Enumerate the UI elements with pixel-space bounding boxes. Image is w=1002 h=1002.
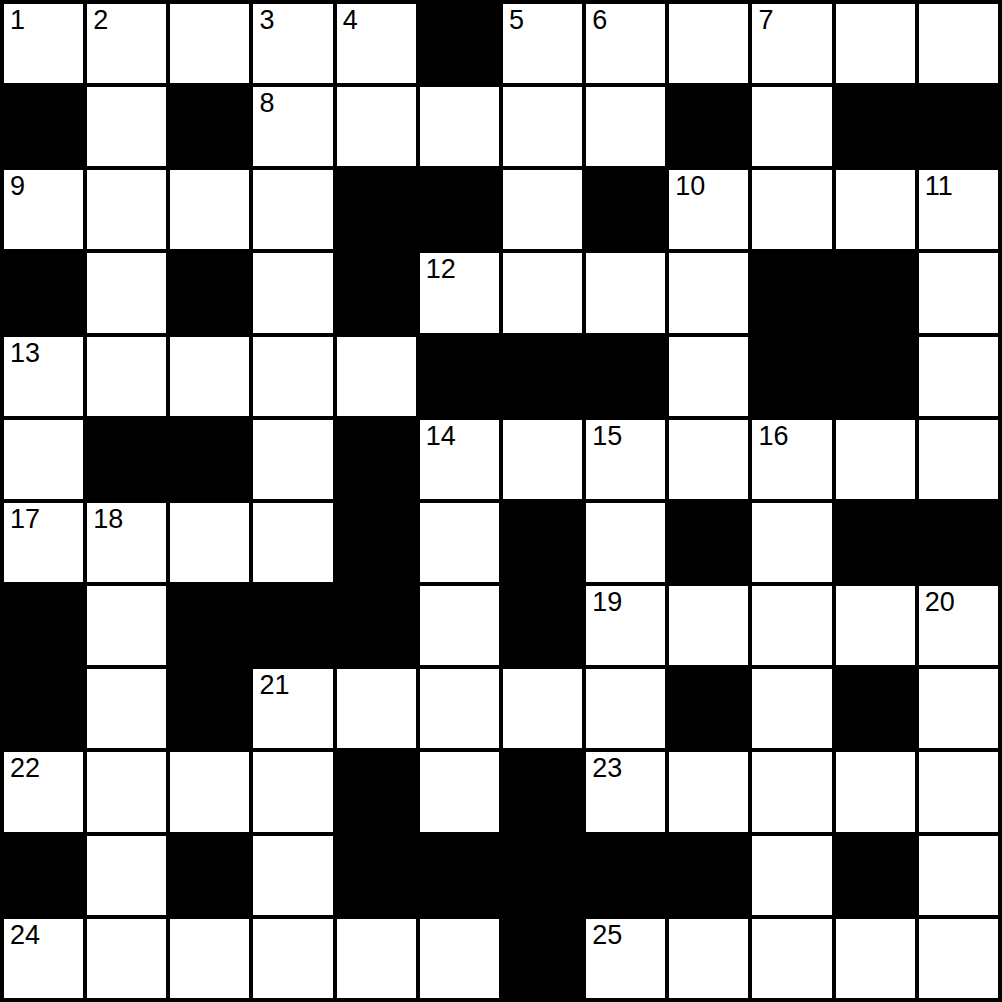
cell-r12c12[interactable]: [919, 919, 998, 998]
cell-r3c6: [420, 170, 499, 249]
cell-r7c10[interactable]: [752, 503, 831, 582]
clue-number-25: 25: [592, 921, 622, 951]
cell-r9c3: [170, 669, 249, 748]
cell-r12c1[interactable]: 24: [4, 919, 83, 998]
cell-r5c12[interactable]: [919, 337, 998, 416]
cell-r9c5[interactable]: [337, 669, 416, 748]
cell-r1c6: [420, 4, 499, 83]
cell-r3c5: [337, 170, 416, 249]
cell-r1c7[interactable]: 5: [503, 4, 582, 83]
cell-r10c5: [337, 752, 416, 831]
cell-r3c9[interactable]: 10: [669, 170, 748, 249]
crossword-grid: 1234567891011121314151617181920212223242…: [0, 0, 1002, 1002]
cell-r3c7[interactable]: [503, 170, 582, 249]
cell-r11c2[interactable]: [87, 836, 166, 915]
cell-r2c9: [669, 87, 748, 166]
cell-r6c5: [337, 420, 416, 499]
cell-r2c7[interactable]: [503, 87, 582, 166]
cell-r12c3[interactable]: [170, 919, 249, 998]
cell-r10c6[interactable]: [420, 752, 499, 831]
clue-number-9: 9: [10, 172, 25, 202]
cell-r4c11: [836, 253, 915, 332]
cell-r8c4: [253, 586, 332, 665]
cell-r3c12[interactable]: 11: [919, 170, 998, 249]
cell-r7c5: [337, 503, 416, 582]
cell-r4c8[interactable]: [586, 253, 665, 332]
cell-r9c2[interactable]: [87, 669, 166, 748]
cell-r9c6[interactable]: [420, 669, 499, 748]
cell-r6c6[interactable]: 14: [420, 420, 499, 499]
cell-r8c7: [503, 586, 582, 665]
cell-r10c10[interactable]: [752, 752, 831, 831]
clue-number-12: 12: [426, 255, 456, 285]
cell-r10c3[interactable]: [170, 752, 249, 831]
clue-number-4: 4: [343, 6, 358, 36]
cell-r10c11[interactable]: [836, 752, 915, 831]
cell-r3c3[interactable]: [170, 170, 249, 249]
cell-r9c8[interactable]: [586, 669, 665, 748]
cell-r5c2[interactable]: [87, 337, 166, 416]
cell-r11c4[interactable]: [253, 836, 332, 915]
cell-r11c12[interactable]: [919, 836, 998, 915]
cell-r3c1[interactable]: 9: [4, 170, 83, 249]
clue-number-13: 13: [10, 339, 40, 369]
cell-r6c9[interactable]: [669, 420, 748, 499]
cell-r11c8: [586, 836, 665, 915]
cell-r7c2[interactable]: 18: [87, 503, 166, 582]
cell-r1c2[interactable]: 2: [87, 4, 166, 83]
cell-r1c1[interactable]: 1: [4, 4, 83, 83]
cell-r10c8[interactable]: 23: [586, 752, 665, 831]
clue-number-8: 8: [259, 89, 274, 119]
cell-r5c3[interactable]: [170, 337, 249, 416]
clue-number-19: 19: [592, 588, 622, 618]
clue-number-6: 6: [592, 6, 607, 36]
cell-r7c3[interactable]: [170, 503, 249, 582]
clue-number-17: 17: [10, 505, 40, 535]
clue-number-5: 5: [509, 6, 524, 36]
cell-r6c4[interactable]: [253, 420, 332, 499]
cell-r11c1: [4, 836, 83, 915]
cell-r4c2[interactable]: [87, 253, 166, 332]
cell-r6c3: [170, 420, 249, 499]
cell-r12c2[interactable]: [87, 919, 166, 998]
clue-number-18: 18: [93, 505, 123, 535]
cell-r2c3: [170, 87, 249, 166]
cell-r4c1: [4, 253, 83, 332]
cell-r2c5[interactable]: [337, 87, 416, 166]
clue-number-20: 20: [925, 588, 955, 618]
cell-r10c7: [503, 752, 582, 831]
cell-r7c1[interactable]: 17: [4, 503, 83, 582]
cell-r11c9: [669, 836, 748, 915]
clue-number-21: 21: [259, 671, 289, 701]
cell-r5c6: [420, 337, 499, 416]
clue-number-11: 11: [925, 172, 953, 202]
cell-r2c12: [919, 87, 998, 166]
cell-r1c5[interactable]: 4: [337, 4, 416, 83]
clue-number-22: 22: [10, 754, 40, 784]
cell-r7c12: [919, 503, 998, 582]
cell-r4c7[interactable]: [503, 253, 582, 332]
clue-number-7: 7: [758, 6, 773, 36]
clue-number-24: 24: [10, 921, 40, 951]
cell-r3c11[interactable]: [836, 170, 915, 249]
cell-r8c6[interactable]: [420, 586, 499, 665]
cell-r5c4[interactable]: [253, 337, 332, 416]
cell-r1c4[interactable]: 3: [253, 4, 332, 83]
cell-r8c11[interactable]: [836, 586, 915, 665]
cell-r2c2[interactable]: [87, 87, 166, 166]
cell-r8c1: [4, 586, 83, 665]
cell-r8c3: [170, 586, 249, 665]
cell-r11c10[interactable]: [752, 836, 831, 915]
cell-r7c4[interactable]: [253, 503, 332, 582]
cell-r7c8[interactable]: [586, 503, 665, 582]
cell-r9c12[interactable]: [919, 669, 998, 748]
cell-r1c9[interactable]: [669, 4, 748, 83]
cell-r5c11: [836, 337, 915, 416]
cell-r12c11[interactable]: [836, 919, 915, 998]
cell-r11c11: [836, 836, 915, 915]
cell-r10c1[interactable]: 22: [4, 752, 83, 831]
clue-number-23: 23: [592, 754, 622, 784]
cell-r12c7: [503, 919, 582, 998]
cell-r1c12[interactable]: [919, 4, 998, 83]
clue-number-1: 1: [10, 6, 25, 36]
cell-r5c8: [586, 337, 665, 416]
cell-r4c9[interactable]: [669, 253, 748, 332]
cell-r9c9: [669, 669, 748, 748]
cell-r12c6[interactable]: [420, 919, 499, 998]
clue-number-2: 2: [93, 6, 108, 36]
cell-r5c10: [752, 337, 831, 416]
cell-r12c4[interactable]: [253, 919, 332, 998]
cell-r10c12[interactable]: [919, 752, 998, 831]
cell-r6c2: [87, 420, 166, 499]
cell-r10c2[interactable]: [87, 752, 166, 831]
cell-r4c4[interactable]: [253, 253, 332, 332]
cell-r4c5: [337, 253, 416, 332]
clue-number-15: 15: [592, 422, 622, 452]
clue-number-3: 3: [259, 6, 274, 36]
cell-r8c12[interactable]: 20: [919, 586, 998, 665]
cell-r11c6: [420, 836, 499, 915]
cell-r3c8: [586, 170, 665, 249]
cell-r8c8[interactable]: 19: [586, 586, 665, 665]
cell-r4c6[interactable]: 12: [420, 253, 499, 332]
cell-r6c8[interactable]: 15: [586, 420, 665, 499]
cell-r6c11[interactable]: [836, 420, 915, 499]
clue-number-16: 16: [758, 422, 788, 452]
cell-r8c9[interactable]: [669, 586, 748, 665]
cell-r8c5: [337, 586, 416, 665]
cell-r6c10[interactable]: 16: [752, 420, 831, 499]
cell-r9c11: [836, 669, 915, 748]
cell-r6c12[interactable]: [919, 420, 998, 499]
cell-r4c3: [170, 253, 249, 332]
cell-r5c5[interactable]: [337, 337, 416, 416]
cell-r8c10[interactable]: [752, 586, 831, 665]
cell-r6c7[interactable]: [503, 420, 582, 499]
cell-r4c10: [752, 253, 831, 332]
clue-number-10: 10: [675, 172, 705, 202]
cell-r7c6[interactable]: [420, 503, 499, 582]
cell-r12c8[interactable]: 25: [586, 919, 665, 998]
cell-r7c7: [503, 503, 582, 582]
cell-r2c1: [4, 87, 83, 166]
cell-r12c5[interactable]: [337, 919, 416, 998]
clue-number-14: 14: [426, 422, 456, 452]
cell-r5c7: [503, 337, 582, 416]
cell-r2c6[interactable]: [420, 87, 499, 166]
cell-r6c1[interactable]: [4, 420, 83, 499]
cell-r2c11: [836, 87, 915, 166]
cell-r9c7[interactable]: [503, 669, 582, 748]
cell-r10c4[interactable]: [253, 752, 332, 831]
cell-r9c10[interactable]: [752, 669, 831, 748]
cell-r2c10[interactable]: [752, 87, 831, 166]
cell-r5c9[interactable]: [669, 337, 748, 416]
cell-r3c2[interactable]: [87, 170, 166, 249]
cell-r11c7: [503, 836, 582, 915]
cell-r5c1[interactable]: 13: [4, 337, 83, 416]
cell-r3c10[interactable]: [752, 170, 831, 249]
cell-r11c5: [337, 836, 416, 915]
cell-r4c12[interactable]: [919, 253, 998, 332]
cell-r1c10[interactable]: 7: [752, 4, 831, 83]
cell-r1c11[interactable]: [836, 4, 915, 83]
cell-r12c9[interactable]: [669, 919, 748, 998]
cell-r1c3[interactable]: [170, 4, 249, 83]
cell-r7c11: [836, 503, 915, 582]
cell-r3c4[interactable]: [253, 170, 332, 249]
cell-r9c4[interactable]: 21: [253, 669, 332, 748]
cell-r10c9[interactable]: [669, 752, 748, 831]
cell-r8c2[interactable]: [87, 586, 166, 665]
cell-r9c1: [4, 669, 83, 748]
cell-r7c9: [669, 503, 748, 582]
cell-r1c8[interactable]: 6: [586, 4, 665, 83]
cell-r2c8[interactable]: [586, 87, 665, 166]
cell-r11c3: [170, 836, 249, 915]
cell-r2c4[interactable]: 8: [253, 87, 332, 166]
cell-r12c10[interactable]: [752, 919, 831, 998]
